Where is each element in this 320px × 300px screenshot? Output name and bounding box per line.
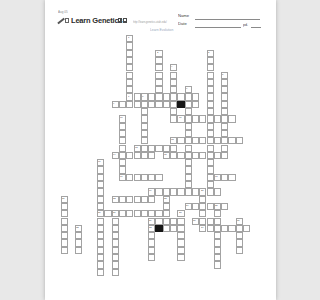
grid-cell-r24-c14[interactable] [163, 210, 170, 217]
grid-cell-r21-c16[interactable] [177, 188, 184, 195]
clue-number: 23 [164, 197, 167, 199]
grid-cell-r9-c14[interactable] [163, 101, 170, 108]
grid-cell-r12-c20[interactable] [207, 123, 214, 130]
grid-cell-r25-c0[interactable] [61, 218, 68, 225]
grid-cell-r26-c2[interactable]: 32 [75, 225, 82, 232]
grid-cell-r11-c19[interactable] [199, 115, 206, 122]
grid-cell-r25-c13[interactable] [155, 218, 162, 225]
grid-cell-r19-c5[interactable] [97, 174, 104, 181]
grid-cell-r22-c0[interactable]: 21 [61, 196, 68, 203]
grid-cell-r11-c15[interactable] [170, 115, 177, 122]
grid-cell-r15-c22[interactable] [221, 145, 228, 152]
grid-cell-r11-c17[interactable] [185, 115, 192, 122]
clue-number: 11 [179, 116, 181, 118]
grid-cell-r13-c22[interactable] [221, 130, 228, 137]
grid-cell-r11-c11[interactable] [141, 115, 148, 122]
grid-cell-r27-c7[interactable] [112, 232, 119, 239]
grid-cell-r14-c22[interactable] [221, 137, 228, 144]
grid-cell-r15-c17[interactable] [185, 145, 192, 152]
grid-cell-r11-c8[interactable]: 10 [119, 115, 126, 122]
grid-cell-r26-c21[interactable] [214, 225, 221, 232]
grid-cell-r4-c20[interactable] [207, 64, 214, 71]
grid-cell-r2-c13[interactable]: 2 [155, 50, 162, 57]
grid-cell-r15-c13[interactable] [155, 145, 162, 152]
grid-cell-r16-c19[interactable] [199, 152, 206, 159]
grid-cell-r11-c20[interactable] [207, 115, 214, 122]
grid-cell-r24-c12[interactable] [148, 210, 155, 217]
grid-cell-r16-c20[interactable] [207, 152, 214, 159]
grid-cell-r19-c23[interactable] [228, 174, 235, 181]
grid-cell-r26-c16[interactable] [177, 225, 184, 232]
clue-number: 4 [171, 65, 172, 67]
grid-cell-r27-c24[interactable] [236, 232, 243, 239]
grid-cell-r28-c5[interactable] [97, 239, 104, 246]
grid-cell-r26-c0[interactable] [61, 225, 68, 232]
grid-cell-r30-c21[interactable] [214, 254, 221, 261]
clue-number: 20 [201, 189, 204, 191]
clue-number: 2 [157, 51, 158, 53]
grid-cell-r7-c17[interactable]: 6 [185, 86, 192, 93]
black-cell [177, 101, 184, 108]
grid-cell-r22-c19[interactable] [199, 196, 206, 203]
clue-number: 10 [120, 116, 123, 118]
grid-cell-r9-c11[interactable] [141, 101, 148, 108]
grid-cell-r21-c19[interactable]: 20 [199, 188, 206, 195]
grid-cell-r25-c14[interactable] [163, 218, 170, 225]
grid-cell-r30-c7[interactable] [112, 254, 119, 261]
grid-cell-r16-c12[interactable] [148, 152, 155, 159]
grid-cell-r23-c22[interactable] [221, 203, 228, 210]
grid-cell-r28-c12[interactable] [148, 239, 155, 246]
grid-cell-r30-c16[interactable] [177, 254, 184, 261]
grid-cell-r14-c8[interactable] [119, 137, 126, 144]
grid-cell-r19-c21[interactable]: 18 [214, 174, 221, 181]
clue-number: 1 [128, 36, 129, 38]
grid-cell-r10-c17[interactable] [185, 108, 192, 115]
grid-cell-r18-c5[interactable] [97, 166, 104, 173]
grid-cell-r9-c17[interactable] [185, 101, 192, 108]
grid-cell-r9-c8[interactable] [119, 101, 126, 108]
clue-number: 3 [208, 51, 209, 53]
clue-number: 25 [215, 204, 218, 206]
grid-cell-r0-c9[interactable]: 1 [126, 35, 133, 42]
grid-cell-r25-c24[interactable]: 31 [236, 218, 243, 225]
clue-number: 6 [186, 87, 187, 89]
grid-cell-r9-c15[interactable] [170, 101, 177, 108]
grid-cell-r28-c7[interactable] [112, 239, 119, 246]
grid-cell-r24-c0[interactable] [61, 210, 68, 217]
grid-cell-r6-c13[interactable] [155, 79, 162, 86]
clue-number: 33 [149, 226, 152, 228]
grid-cell-r19-c10[interactable] [134, 174, 141, 181]
grid-cell-r5-c15[interactable] [170, 72, 177, 79]
grid-cell-r25-c15[interactable] [170, 218, 177, 225]
grid-cell-r5-c9[interactable] [126, 72, 133, 79]
clue-number: 14 [113, 153, 116, 155]
grid-cell-r24-c19[interactable] [199, 210, 206, 217]
grid-cell-r29-c7[interactable] [112, 247, 119, 254]
grid-cell-r14-c11[interactable] [141, 137, 148, 144]
grid-cell-r21-c15[interactable] [170, 188, 177, 195]
grid-cell-r3-c13[interactable] [155, 57, 162, 64]
grid-cell-r12-c11[interactable] [141, 123, 148, 130]
grid-cell-r26-c12[interactable]: 33 [148, 225, 155, 232]
grid-cell-r16-c17[interactable] [185, 152, 192, 159]
grid-cell-r29-c0[interactable] [61, 247, 68, 254]
grid-cell-r9-c22[interactable] [221, 101, 228, 108]
grid-cell-r3-c20[interactable] [207, 57, 214, 64]
grid-cell-r19-c17[interactable] [185, 174, 192, 181]
grid-cell-r23-c20[interactable] [207, 203, 214, 210]
grid-cell-r13-c17[interactable] [185, 130, 192, 137]
grid-cell-r8-c10[interactable] [134, 93, 141, 100]
grid-cell-r27-c21[interactable] [214, 232, 221, 239]
grid-cell-r13-c11[interactable] [141, 130, 148, 137]
grid-cell-r26-c24[interactable] [236, 225, 243, 232]
grid-cell-r28-c2[interactable] [75, 239, 82, 246]
grid-cell-r19-c11[interactable] [141, 174, 148, 181]
grid-cell-r23-c14[interactable] [163, 203, 170, 210]
grid-cell-r16-c14[interactable]: 15 [163, 152, 170, 159]
grid-cell-r6-c20[interactable] [207, 79, 214, 86]
grid-cell-r8-c20[interactable] [207, 93, 214, 100]
grid-cell-r8-c17[interactable] [185, 93, 192, 100]
grid-cell-r31-c5[interactable] [97, 261, 104, 268]
grid-cell-r27-c16[interactable] [177, 232, 184, 239]
grid-cell-r4-c13[interactable] [155, 64, 162, 71]
grid-cell-r19-c8[interactable]: 17 [119, 174, 126, 181]
grid-cell-r16-c15[interactable] [170, 152, 177, 159]
grid-cell-r15-c11[interactable] [141, 145, 148, 152]
grid-cell-r24-c7[interactable]: 27 [112, 210, 119, 217]
grid-cell-r12-c22[interactable] [221, 123, 228, 130]
grid-cell-r16-c7[interactable]: 14 [112, 152, 119, 159]
grid-cell-r15-c12[interactable] [148, 145, 155, 152]
clue-number: 16 [98, 160, 101, 162]
clue-number: 15 [164, 153, 167, 155]
grid-cell-r10-c22[interactable] [221, 108, 228, 115]
grid-cell-r1-c9[interactable] [126, 42, 133, 49]
grid-cell-r25-c12[interactable]: 29 [148, 218, 155, 225]
grid-cell-r7-c9[interactable] [126, 86, 133, 93]
grid-cell-r9-c18[interactable] [192, 101, 199, 108]
grid-cell-r13-c8[interactable] [119, 130, 126, 137]
grid-cell-r14-c19[interactable] [199, 137, 206, 144]
grid-cell-r8-c12[interactable] [148, 93, 155, 100]
grid-cell-r23-c0[interactable] [61, 203, 68, 210]
grid-cell-r31-c7[interactable] [112, 261, 119, 268]
grid-cell-r29-c5[interactable] [97, 247, 104, 254]
grid-cell-r26-c14[interactable] [163, 225, 170, 232]
grid-cell-r24-c13[interactable] [155, 210, 162, 217]
grid-cell-r7-c15[interactable] [170, 86, 177, 93]
grid-cell-r9-c7[interactable]: 9 [112, 101, 119, 108]
grid-cell-r23-c5[interactable] [97, 203, 104, 210]
grid-cell-r14-c15[interactable]: 12 [170, 137, 177, 144]
grid-cell-r30-c5[interactable] [97, 254, 104, 261]
crossword-grid: 7891112131415171819202224252627293033341… [45, 0, 276, 300]
grid-cell-r27-c0[interactable] [61, 232, 68, 239]
clue-number: 34 [201, 226, 204, 228]
grid-cell-r23-c18[interactable] [192, 203, 199, 210]
clue-number: 29 [149, 219, 152, 221]
grid-cell-r26-c15[interactable] [170, 225, 177, 232]
clue-number: 31 [237, 219, 240, 221]
grid-cell-r25-c19[interactable] [199, 218, 206, 225]
grid-cell-r22-c7[interactable]: 22 [112, 196, 119, 203]
grid-cell-r8-c11[interactable]: 8 [141, 93, 148, 100]
grid-cell-r16-c16[interactable] [177, 152, 184, 159]
grid-cell-r19-c20[interactable] [207, 174, 214, 181]
grid-cell-r15-c20[interactable] [207, 145, 214, 152]
grid-cell-r29-c12[interactable] [148, 247, 155, 254]
grid-cell-r14-c21[interactable] [214, 137, 221, 144]
clue-number: 12 [171, 138, 174, 140]
grid-cell-r19-c13[interactable] [155, 174, 162, 181]
grid-cell-r22-c12[interactable] [148, 196, 155, 203]
grid-cell-r9-c12[interactable] [148, 101, 155, 108]
grid-cell-r24-c21[interactable] [214, 210, 221, 217]
grid-cell-r26-c7[interactable] [112, 225, 119, 232]
grid-cell-r14-c17[interactable] [185, 137, 192, 144]
grid-cell-r21-c13[interactable] [155, 188, 162, 195]
clue-number: 13 [135, 146, 138, 148]
grid-cell-r21-c18[interactable] [192, 188, 199, 195]
grid-cell-r32-c7[interactable] [112, 269, 119, 276]
grid-cell-r26-c23[interactable] [228, 225, 235, 232]
clue-number: 22 [113, 197, 116, 199]
grid-cell-r26-c5[interactable] [97, 225, 104, 232]
clue-number: 18 [215, 175, 218, 177]
grid-cell-r11-c21[interactable] [214, 115, 221, 122]
grid-cell-r24-c8[interactable] [119, 210, 126, 217]
grid-cell-r11-c22[interactable] [221, 115, 228, 122]
worksheet-page: Aug 05 Learn Genetics http://learn.genet… [45, 0, 276, 300]
grid-cell-r31-c21[interactable] [214, 261, 221, 268]
grid-cell-r8-c13[interactable] [155, 93, 162, 100]
grid-cell-r8-c15[interactable] [170, 93, 177, 100]
grid-cell-r4-c15[interactable]: 4 [170, 64, 177, 71]
grid-cell-r9-c20[interactable] [207, 101, 214, 108]
grid-cell-r23-c21[interactable]: 25 [214, 203, 221, 210]
grid-cell-r29-c16[interactable] [177, 247, 184, 254]
grid-cell-r15-c15[interactable] [170, 145, 177, 152]
grid-cell-r24-c6[interactable] [104, 210, 111, 217]
grid-cell-r21-c21[interactable] [214, 188, 221, 195]
grid-cell-r26-c22[interactable] [221, 225, 228, 232]
clue-number: 32 [76, 226, 79, 228]
grid-cell-r16-c18[interactable] [192, 152, 199, 159]
grid-cell-r9-c13[interactable] [155, 101, 162, 108]
grid-cell-r16-c8[interactable] [119, 152, 126, 159]
grid-cell-r6-c9[interactable] [126, 79, 133, 86]
grid-cell-r25-c16[interactable] [177, 218, 184, 225]
grid-cell-r15-c14[interactable] [163, 145, 170, 152]
grid-cell-r22-c5[interactable] [97, 196, 104, 203]
grid-cell-r24-c16[interactable]: 28 [177, 210, 184, 217]
clue-number: 5 [222, 73, 223, 75]
grid-cell-r8-c14[interactable] [163, 93, 170, 100]
grid-cell-r11-c23[interactable] [228, 115, 235, 122]
black-cell [155, 225, 162, 232]
grid-cell-r32-c5[interactable] [97, 269, 104, 276]
grid-cell-r23-c17[interactable]: 24 [185, 203, 192, 210]
grid-cell-r21-c5[interactable] [97, 188, 104, 195]
grid-cell-r16-c10[interactable] [134, 152, 141, 159]
grid-cell-r17-c20[interactable] [207, 159, 214, 166]
grid-cell-r24-c11[interactable] [141, 210, 148, 217]
grid-cell-r13-c20[interactable] [207, 130, 214, 137]
clue-number: 24 [186, 204, 189, 206]
grid-cell-r26-c25[interactable] [243, 225, 250, 232]
grid-cell-r22-c14[interactable]: 23 [163, 196, 170, 203]
grid-cell-r19-c9[interactable] [126, 174, 133, 181]
grid-cell-r9-c10[interactable] [134, 101, 141, 108]
grid-cell-r11-c16[interactable]: 11 [177, 115, 184, 122]
grid-cell-r27-c5[interactable] [97, 232, 104, 239]
grid-cell-r2-c20[interactable]: 3 [207, 50, 214, 57]
grid-cell-r5-c22[interactable]: 5 [221, 72, 228, 79]
grid-cell-r25-c20[interactable] [207, 218, 214, 225]
grid-cell-r8-c18[interactable] [192, 93, 199, 100]
grid-cell-r29-c21[interactable] [214, 247, 221, 254]
grid-cell-r25-c21[interactable] [214, 218, 221, 225]
grid-cell-r22-c8[interactable] [119, 196, 126, 203]
grid-cell-r16-c22[interactable] [221, 152, 228, 159]
clue-number: 27 [113, 211, 116, 213]
grid-cell-r15-c8[interactable] [119, 145, 126, 152]
grid-cell-r28-c24[interactable] [236, 239, 243, 246]
grid-cell-r24-c10[interactable] [134, 210, 141, 217]
clue-number: 30 [193, 219, 196, 221]
grid-cell-r6-c22[interactable] [221, 79, 228, 86]
grid-cell-r19-c12[interactable] [148, 174, 155, 181]
grid-cell-r24-c5[interactable]: 26 [97, 210, 104, 217]
grid-cell-r18-c20[interactable] [207, 166, 214, 173]
grid-cell-r14-c20[interactable] [207, 137, 214, 144]
grid-cell-r17-c17[interactable] [185, 159, 192, 166]
grid-cell-r17-c8[interactable] [119, 159, 126, 166]
clue-number: 17 [120, 175, 123, 177]
grid-cell-r7-c22[interactable] [221, 86, 228, 93]
grid-cell-r22-c9[interactable] [126, 196, 133, 203]
grid-cell-r10-c15[interactable] [170, 108, 177, 115]
grid-cell-r20-c20[interactable] [207, 181, 214, 188]
grid-cell-r16-c21[interactable] [214, 152, 221, 159]
grid-cell-r5-c13[interactable] [155, 72, 162, 79]
grid-cell-r25-c18[interactable]: 30 [192, 218, 199, 225]
grid-cell-r16-c11[interactable] [141, 152, 148, 159]
clue-number: 26 [98, 211, 101, 213]
grid-cell-r9-c9[interactable] [126, 101, 133, 108]
grid-cell-r28-c16[interactable] [177, 239, 184, 246]
grid-cell-r12-c17[interactable] [185, 123, 192, 130]
grid-cell-r22-c10[interactable] [134, 196, 141, 203]
clue-number: 21 [62, 197, 65, 199]
grid-cell-r24-c9[interactable] [126, 210, 133, 217]
clue-number: 19 [149, 189, 152, 191]
grid-cell-r7-c13[interactable] [155, 86, 162, 93]
grid-cell-r26-c20[interactable] [207, 225, 214, 232]
grid-cell-r8-c16[interactable] [177, 93, 184, 100]
grid-cell-r16-c9[interactable] [126, 152, 133, 159]
clue-number: 9 [113, 102, 114, 104]
grid-cell-r3-c9[interactable] [126, 57, 133, 64]
grid-cell-r28-c21[interactable] [214, 239, 221, 246]
grid-cell-r2-c9[interactable] [126, 50, 133, 57]
grid-cell-r27-c12[interactable] [148, 232, 155, 239]
grid-cell-r18-c8[interactable] [119, 166, 126, 173]
grid-cell-r11-c18[interactable] [192, 115, 199, 122]
grid-cell-r15-c10[interactable]: 13 [134, 145, 141, 152]
grid-cell-r5-c20[interactable] [207, 72, 214, 79]
grid-cell-r21-c20[interactable] [207, 188, 214, 195]
grid-cell-r25-c7[interactable] [112, 218, 119, 225]
grid-cell-r8-c22[interactable] [221, 93, 228, 100]
grid-cell-r8-c9[interactable]: 7 [126, 93, 133, 100]
grid-cell-r23-c19[interactable] [199, 203, 206, 210]
grid-cell-r20-c17[interactable] [185, 181, 192, 188]
grid-cell-r19-c22[interactable] [221, 174, 228, 181]
grid-cell-r6-c15[interactable] [170, 79, 177, 86]
grid-cell-r10-c11[interactable] [141, 108, 148, 115]
grid-cell-r14-c18[interactable] [192, 137, 199, 144]
grid-cell-r28-c0[interactable] [61, 239, 68, 246]
grid-cell-r21-c12[interactable]: 19 [148, 188, 155, 195]
grid-cell-r26-c19[interactable]: 34 [199, 225, 206, 232]
grid-cell-r20-c5[interactable] [97, 181, 104, 188]
grid-cell-r21-c14[interactable] [163, 188, 170, 195]
grid-cell-r12-c8[interactable] [119, 123, 126, 130]
grid-cell-r14-c24[interactable] [236, 137, 243, 144]
grid-cell-r14-c23[interactable] [228, 137, 235, 144]
grid-cell-r17-c5[interactable]: 16 [97, 159, 104, 166]
grid-cell-r27-c2[interactable] [75, 232, 82, 239]
grid-cell-r7-c20[interactable] [207, 86, 214, 93]
grid-cell-r10-c20[interactable] [207, 108, 214, 115]
grid-cell-r22-c11[interactable] [141, 196, 148, 203]
clue-number: 7 [128, 95, 129, 97]
clue-number: 8 [142, 95, 143, 97]
grid-cell-r4-c9[interactable] [126, 64, 133, 71]
grid-cell-r25-c5[interactable] [97, 218, 104, 225]
grid-cell-r18-c17[interactable] [185, 166, 192, 173]
grid-cell-r30-c12[interactable] [148, 254, 155, 261]
grid-cell-r21-c17[interactable] [185, 188, 192, 195]
grid-cell-r14-c16[interactable] [177, 137, 184, 144]
grid-cell-r29-c2[interactable] [75, 247, 82, 254]
clue-number: 28 [179, 211, 182, 213]
grid-cell-r29-c24[interactable] [236, 247, 243, 254]
